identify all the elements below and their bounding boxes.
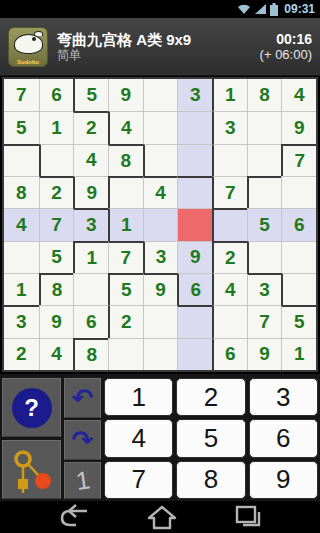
pencil-mode-button[interactable]: 1 [64, 462, 101, 499]
cell-r5c2[interactable]: 7 [39, 208, 74, 240]
given-digit: 1 [51, 117, 62, 139]
page-title: 弯曲九宫格 A类 9x9 [57, 31, 260, 48]
cell-r2c7[interactable]: 3 [212, 111, 247, 143]
cell-r9c5[interactable] [143, 338, 178, 370]
given-digit: 3 [86, 214, 97, 236]
pencil-icon: 1 [74, 467, 91, 494]
timer: 00:16 [260, 31, 312, 47]
given-digit: 3 [156, 246, 167, 268]
cell-r2c9[interactable]: 9 [281, 111, 316, 143]
given-digit: 5 [51, 246, 62, 268]
cell-r2c5[interactable] [143, 111, 178, 143]
keypad-5[interactable]: 5 [176, 419, 245, 457]
cell-r9c7[interactable]: 6 [212, 338, 247, 370]
given-digit: 1 [225, 84, 236, 106]
cell-r7c3[interactable] [73, 273, 108, 305]
given-digit: 9 [155, 279, 166, 301]
cell-r2c1[interactable]: 5 [4, 111, 39, 143]
signal-icon [254, 3, 267, 15]
given-digit: 7 [51, 214, 62, 236]
cell-r6c8[interactable] [247, 241, 282, 273]
keypad-9[interactable]: 9 [249, 461, 318, 499]
given-digit: 2 [51, 182, 62, 204]
given-digit: 5 [121, 279, 132, 301]
cell-r2c4[interactable]: 4 [108, 111, 143, 143]
given-digit: 3 [259, 279, 270, 301]
cell-r8c5[interactable] [143, 305, 178, 337]
cell-r4c3[interactable]: 9 [73, 176, 108, 208]
cell-r1c6[interactable]: 3 [177, 79, 212, 111]
given-digit: 4 [225, 279, 236, 301]
cell-r4c7[interactable]: 7 [212, 176, 247, 208]
undo-icon: ↶ [72, 385, 94, 411]
cell-r3c8[interactable] [247, 144, 282, 176]
help-button[interactable]: ? [2, 378, 61, 437]
keypad-7[interactable]: 7 [104, 461, 173, 499]
cell-r9c2[interactable]: 4 [39, 338, 74, 370]
given-digit: 6 [86, 311, 97, 333]
battery-icon [270, 3, 278, 16]
cell-r7c9[interactable] [281, 273, 316, 305]
given-digit: 8 [121, 150, 132, 172]
cell-r1c9[interactable]: 4 [281, 79, 316, 111]
cell-r1c3[interactable]: 5 [73, 79, 108, 111]
cell-r8c1[interactable]: 3 [4, 305, 39, 337]
cell-r1c5[interactable] [143, 79, 178, 111]
cell-r7c2[interactable]: 8 [39, 273, 74, 305]
given-digit: 2 [121, 311, 132, 333]
given-digit: 7 [16, 84, 27, 106]
cell-r6c3[interactable]: 1 [73, 241, 108, 273]
cell-r1c7[interactable]: 1 [212, 79, 247, 111]
given-digit: 6 [225, 343, 236, 365]
cell-r1c1[interactable]: 7 [4, 79, 39, 111]
cell-r1c4[interactable]: 9 [108, 79, 143, 111]
cell-r4c2[interactable]: 2 [39, 176, 74, 208]
cell-r1c2[interactable]: 6 [39, 79, 74, 111]
cell-r6c9[interactable] [281, 241, 316, 273]
cell-r5c9[interactable]: 6 [281, 208, 316, 240]
cell-r7c7[interactable]: 4 [212, 273, 247, 305]
given-digit: 9 [190, 246, 201, 268]
cell-r4c6[interactable] [177, 176, 212, 208]
keypad-8[interactable]: 8 [176, 461, 245, 499]
cell-r4c1[interactable]: 8 [4, 176, 39, 208]
status-time: 09:31 [284, 2, 315, 16]
given-digit: 1 [294, 343, 305, 365]
back-icon[interactable] [57, 504, 91, 530]
cell-r4c8[interactable] [247, 176, 282, 208]
given-digit: 6 [51, 84, 62, 106]
keypad-4[interactable]: 4 [104, 419, 173, 457]
given-digit: 4 [294, 84, 305, 106]
cell-r2c8[interactable] [247, 111, 282, 143]
cell-r9c4[interactable] [108, 338, 143, 370]
app-logo-icon: Sudoku [8, 27, 48, 67]
node-graph-icon [9, 447, 55, 493]
given-digit: 1 [86, 247, 97, 269]
given-digit: 3 [190, 84, 201, 106]
given-digit: 4 [86, 149, 97, 171]
given-digit: 5 [294, 311, 305, 333]
cell-r5c7[interactable] [212, 208, 247, 240]
given-digit: 9 [51, 311, 62, 333]
given-digit: 1 [121, 214, 132, 236]
android-nav-bar [0, 501, 320, 533]
app-header: Sudoku 弯曲九宫格 A类 9x9 简单 00:16 (+ 06:00) [0, 18, 320, 76]
cell-r9c3[interactable]: 8 [73, 338, 108, 370]
given-digit: 2 [86, 117, 97, 139]
cell-r2c2[interactable]: 1 [39, 111, 74, 143]
cell-r2c6[interactable] [177, 111, 212, 143]
cell-r9c6[interactable] [177, 338, 212, 370]
undo-button[interactable]: ↶ [64, 378, 101, 418]
given-digit: 8 [16, 182, 27, 204]
cell-r3c1[interactable] [4, 144, 39, 176]
status-bar: 09:31 [0, 0, 320, 18]
given-digit: 4 [16, 214, 27, 236]
given-digit: 7 [259, 311, 270, 333]
cell-r6c5[interactable]: 3 [143, 241, 178, 273]
cell-r1c8[interactable]: 8 [247, 79, 282, 111]
cell-r5c1[interactable]: 4 [4, 208, 39, 240]
cell-r4c4[interactable] [108, 176, 143, 208]
given-digit: 4 [121, 117, 132, 139]
given-digit: 6 [294, 214, 305, 236]
given-digit: 5 [86, 84, 97, 106]
given-digit: 9 [294, 117, 305, 139]
given-digit: 9 [121, 84, 132, 106]
given-digit: 8 [86, 344, 97, 366]
cell-r3c7[interactable] [212, 144, 247, 176]
cell-r9c9[interactable]: 1 [281, 338, 316, 370]
cell-r6c6[interactable]: 9 [177, 241, 212, 273]
given-digit: 3 [225, 117, 236, 139]
cell-r8c6[interactable] [177, 305, 212, 337]
cell-r3c4[interactable]: 8 [108, 144, 143, 176]
number-keypad: 123456789 [104, 378, 318, 499]
cell-r9c1[interactable]: 2 [4, 338, 39, 370]
cell-r7c4[interactable]: 5 [108, 273, 143, 305]
given-digit: 4 [155, 182, 166, 204]
cell-r6c2[interactable]: 5 [39, 241, 74, 273]
keypad-1[interactable]: 1 [104, 378, 173, 416]
cell-r8c3[interactable]: 6 [73, 305, 108, 337]
given-digit: 7 [294, 150, 305, 172]
cell-r4c5[interactable]: 4 [143, 176, 178, 208]
given-digit: 9 [86, 182, 97, 204]
redo-button[interactable]: ↷ [64, 420, 101, 460]
cell-r4c9[interactable] [281, 176, 316, 208]
cell-r8c8[interactable]: 7 [247, 305, 282, 337]
cell-r8c4[interactable]: 2 [108, 305, 143, 337]
given-digit: 8 [52, 279, 63, 301]
cell-r7c8[interactable]: 3 [247, 273, 282, 305]
home-icon[interactable] [147, 504, 177, 530]
cell-r5c4[interactable]: 1 [108, 208, 143, 240]
given-digit: 7 [225, 182, 236, 204]
cell-r6c7[interactable]: 2 [212, 241, 247, 273]
cell-r9c8[interactable]: 9 [247, 338, 282, 370]
given-digit: 9 [259, 343, 270, 365]
cell-r3c5[interactable] [143, 144, 178, 176]
cell-r5c6[interactable] [177, 208, 212, 240]
given-digit: 7 [121, 247, 132, 269]
cell-r7c6[interactable]: 6 [177, 273, 212, 305]
given-digit: 2 [225, 247, 236, 269]
analyze-button[interactable] [2, 440, 61, 499]
cell-r5c8[interactable]: 5 [247, 208, 282, 240]
help-icon: ? [12, 388, 52, 428]
cell-r6c4[interactable]: 7 [108, 241, 143, 273]
recents-icon[interactable] [233, 504, 263, 530]
cell-r8c9[interactable]: 5 [281, 305, 316, 337]
given-digit: 2 [16, 343, 27, 365]
given-digit: 6 [190, 279, 201, 301]
keypad-6[interactable]: 6 [249, 419, 318, 457]
given-digit: 4 [51, 343, 62, 365]
cell-r2c3[interactable]: 2 [73, 111, 108, 143]
redo-icon: ↷ [72, 427, 94, 453]
given-digit: 8 [259, 84, 270, 106]
sudoku-board: 7659318451243948782947473156517392185964… [2, 77, 318, 372]
cell-r6c1[interactable] [4, 241, 39, 273]
cell-r3c2[interactable] [39, 144, 74, 176]
wifi-icon [237, 3, 251, 15]
difficulty-label: 简单 [57, 48, 260, 62]
cell-r7c5[interactable]: 9 [143, 273, 178, 305]
cell-r8c7[interactable] [212, 305, 247, 337]
cell-r5c5[interactable] [143, 208, 178, 240]
toolbar: ? ↶ ↷ 1 123456789 [0, 374, 320, 501]
cell-r3c6[interactable] [177, 144, 212, 176]
cell-r5c3[interactable]: 3 [73, 208, 108, 240]
cell-r7c1[interactable]: 1 [4, 273, 39, 305]
timer-bonus: (+ 06:00) [260, 47, 312, 62]
keypad-3[interactable]: 3 [249, 378, 318, 416]
given-digit: 5 [259, 214, 270, 236]
cell-r8c2[interactable]: 9 [39, 305, 74, 337]
cell-r3c3[interactable]: 4 [73, 144, 108, 176]
given-digit: 5 [16, 117, 27, 139]
cell-r3c9[interactable]: 7 [281, 144, 316, 176]
keypad-2[interactable]: 2 [176, 378, 245, 416]
given-digit: 3 [16, 311, 27, 333]
given-digit: 1 [16, 279, 27, 301]
